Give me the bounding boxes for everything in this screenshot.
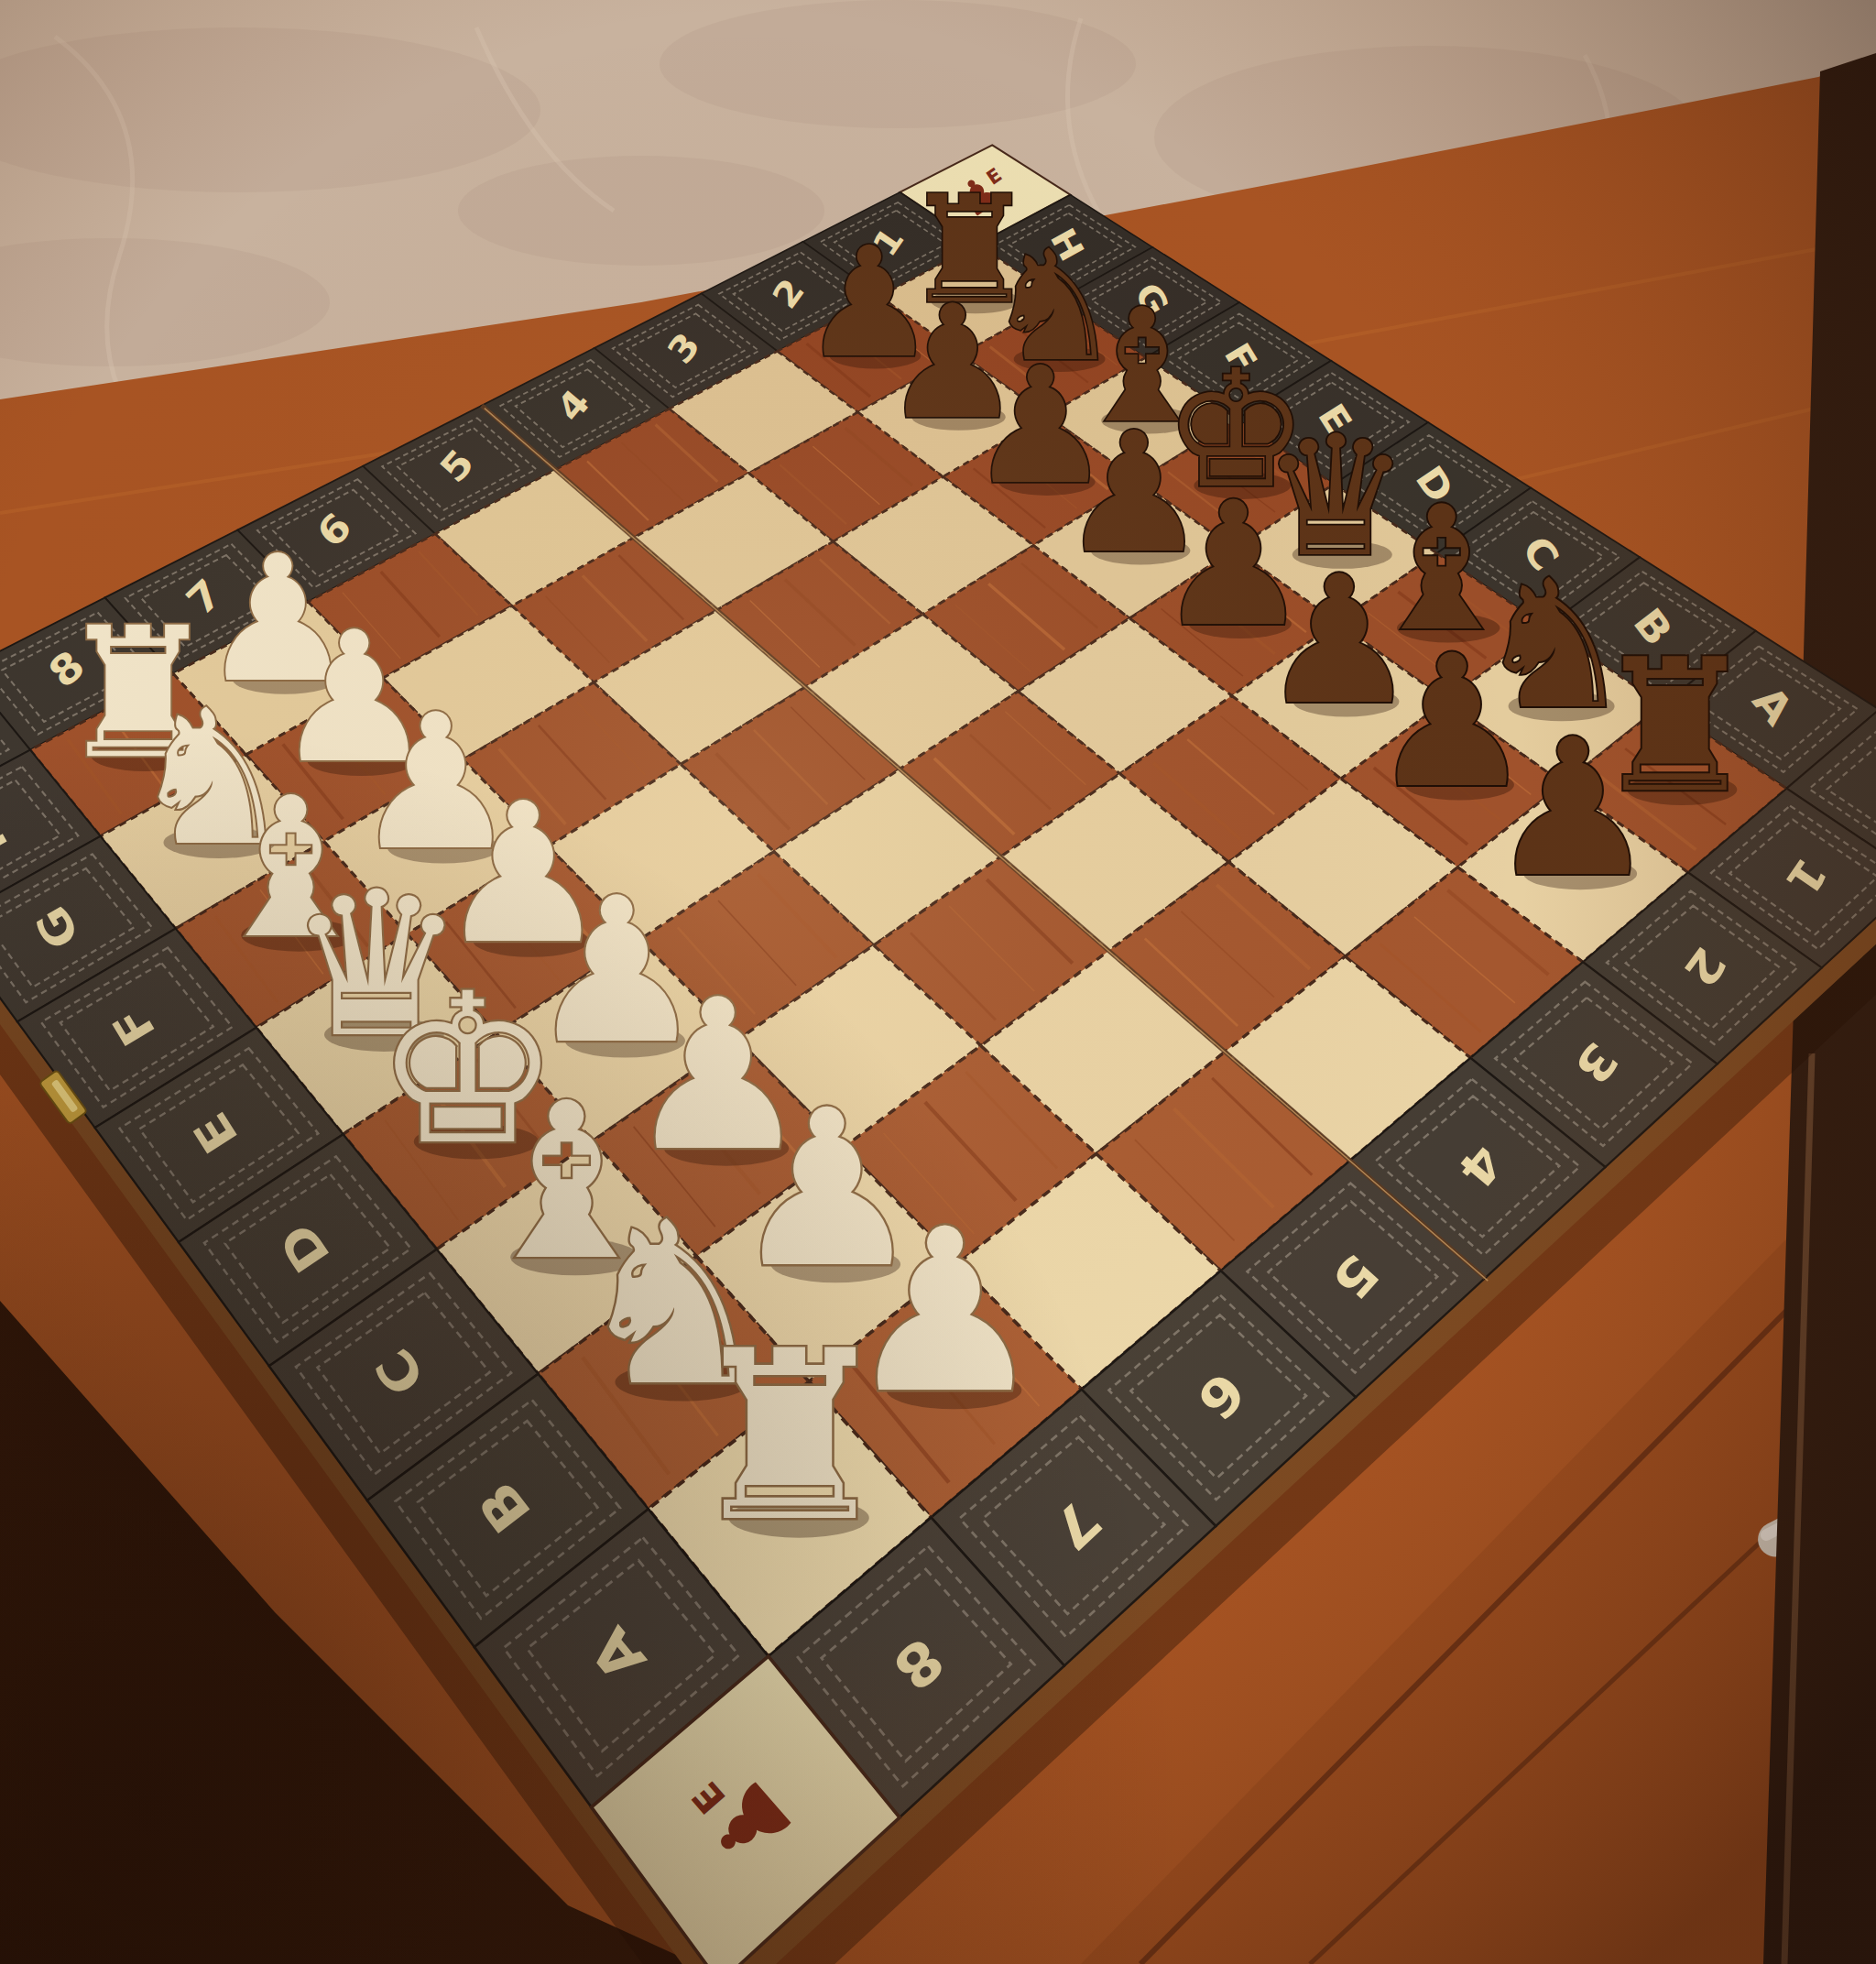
photo-of-chess-set: ♟EHGFEDCBA1122334455667788HGFEDCBA♟E♜♟♞♟… [0, 0, 1876, 1964]
wall-texture-blob [458, 156, 824, 266]
chess-scene: ♟EHGFEDCBA1122334455667788HGFEDCBA♟E♜♟♞♟… [0, 0, 1876, 1964]
dark-pawn-a2[interactable]: ♟ [1488, 699, 1657, 919]
wall-texture-blob [660, 0, 1136, 128]
white-rook-a8[interactable]: ♜ [684, 1301, 894, 1573]
